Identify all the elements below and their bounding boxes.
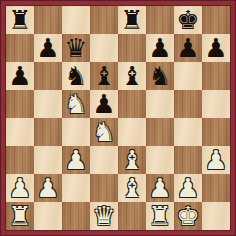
square-a7[interactable] bbox=[6, 34, 34, 62]
square-b1[interactable] bbox=[34, 202, 62, 230]
piece-black-knight[interactable]: ♞ bbox=[64, 62, 87, 90]
square-f2[interactable]: ♟ bbox=[146, 174, 174, 202]
square-h8[interactable] bbox=[202, 6, 230, 34]
piece-black-pawn[interactable]: ♟ bbox=[204, 34, 227, 62]
square-g3[interactable] bbox=[174, 146, 202, 174]
square-d8[interactable] bbox=[90, 6, 118, 34]
piece-black-rook[interactable]: ♜ bbox=[120, 6, 143, 34]
square-e6[interactable]: ♝ bbox=[118, 62, 146, 90]
square-c8[interactable] bbox=[62, 6, 90, 34]
piece-black-bishop[interactable]: ♝ bbox=[92, 62, 115, 90]
square-g7[interactable]: ♟ bbox=[174, 34, 202, 62]
piece-white-pawn[interactable]: ♟ bbox=[8, 174, 31, 202]
square-a1[interactable]: ♜ bbox=[6, 202, 34, 230]
square-c6[interactable]: ♞ bbox=[62, 62, 90, 90]
square-b4[interactable] bbox=[34, 118, 62, 146]
piece-white-pawn[interactable]: ♟ bbox=[64, 146, 87, 174]
square-f3[interactable] bbox=[146, 146, 174, 174]
square-g8[interactable]: ♚ bbox=[174, 6, 202, 34]
piece-black-rook[interactable]: ♜ bbox=[8, 6, 31, 34]
square-b6[interactable] bbox=[34, 62, 62, 90]
piece-black-pawn[interactable]: ♟ bbox=[148, 34, 171, 62]
piece-black-pawn[interactable]: ♟ bbox=[8, 62, 31, 90]
square-d7[interactable] bbox=[90, 34, 118, 62]
piece-black-knight[interactable]: ♞ bbox=[148, 62, 171, 90]
square-c2[interactable] bbox=[62, 174, 90, 202]
chess-board-frame: ♜♜♚♟♛♟♟♟♟♞♝♝♞♞♟♞♟♝♟♟♟♝♟♟♜♛♜♚ bbox=[0, 0, 236, 236]
square-g2[interactable]: ♟ bbox=[174, 174, 202, 202]
square-e8[interactable]: ♜ bbox=[118, 6, 146, 34]
square-h4[interactable] bbox=[202, 118, 230, 146]
square-g5[interactable] bbox=[174, 90, 202, 118]
piece-white-rook[interactable]: ♜ bbox=[148, 202, 171, 230]
square-a6[interactable]: ♟ bbox=[6, 62, 34, 90]
square-e5[interactable] bbox=[118, 90, 146, 118]
piece-white-rook[interactable]: ♜ bbox=[8, 202, 31, 230]
square-e7[interactable] bbox=[118, 34, 146, 62]
square-f4[interactable] bbox=[146, 118, 174, 146]
piece-white-bishop[interactable]: ♝ bbox=[120, 174, 143, 202]
square-f7[interactable]: ♟ bbox=[146, 34, 174, 62]
square-a2[interactable]: ♟ bbox=[6, 174, 34, 202]
square-e3[interactable]: ♝ bbox=[118, 146, 146, 174]
square-c1[interactable] bbox=[62, 202, 90, 230]
square-c3[interactable]: ♟ bbox=[62, 146, 90, 174]
piece-white-pawn[interactable]: ♟ bbox=[148, 174, 171, 202]
piece-black-queen[interactable]: ♛ bbox=[64, 34, 87, 62]
piece-white-knight[interactable]: ♞ bbox=[92, 118, 115, 146]
square-h1[interactable] bbox=[202, 202, 230, 230]
square-b5[interactable] bbox=[34, 90, 62, 118]
square-a3[interactable] bbox=[6, 146, 34, 174]
square-c4[interactable] bbox=[62, 118, 90, 146]
square-b8[interactable] bbox=[34, 6, 62, 34]
square-c5[interactable]: ♞ bbox=[62, 90, 90, 118]
square-d4[interactable]: ♞ bbox=[90, 118, 118, 146]
piece-white-pawn[interactable]: ♟ bbox=[36, 174, 59, 202]
square-f6[interactable]: ♞ bbox=[146, 62, 174, 90]
square-a5[interactable] bbox=[6, 90, 34, 118]
square-h5[interactable] bbox=[202, 90, 230, 118]
square-f8[interactable] bbox=[146, 6, 174, 34]
square-d3[interactable] bbox=[90, 146, 118, 174]
piece-white-bishop[interactable]: ♝ bbox=[120, 146, 143, 174]
square-f1[interactable]: ♜ bbox=[146, 202, 174, 230]
chess-board: ♜♜♚♟♛♟♟♟♟♞♝♝♞♞♟♞♟♝♟♟♟♝♟♟♜♛♜♚ bbox=[6, 6, 230, 230]
square-g6[interactable] bbox=[174, 62, 202, 90]
square-d1[interactable]: ♛ bbox=[90, 202, 118, 230]
square-d6[interactable]: ♝ bbox=[90, 62, 118, 90]
square-f5[interactable] bbox=[146, 90, 174, 118]
square-d5[interactable]: ♟ bbox=[90, 90, 118, 118]
square-b2[interactable]: ♟ bbox=[34, 174, 62, 202]
square-h7[interactable]: ♟ bbox=[202, 34, 230, 62]
square-a4[interactable] bbox=[6, 118, 34, 146]
piece-black-king[interactable]: ♚ bbox=[176, 6, 199, 34]
piece-black-bishop[interactable]: ♝ bbox=[120, 62, 143, 90]
square-e4[interactable] bbox=[118, 118, 146, 146]
piece-white-pawn[interactable]: ♟ bbox=[204, 146, 227, 174]
square-h6[interactable] bbox=[202, 62, 230, 90]
square-g4[interactable] bbox=[174, 118, 202, 146]
piece-black-pawn[interactable]: ♟ bbox=[36, 34, 59, 62]
square-c7[interactable]: ♛ bbox=[62, 34, 90, 62]
square-g1[interactable]: ♚ bbox=[174, 202, 202, 230]
square-b7[interactable]: ♟ bbox=[34, 34, 62, 62]
piece-black-pawn[interactable]: ♟ bbox=[92, 90, 115, 118]
piece-black-pawn[interactable]: ♟ bbox=[176, 34, 199, 62]
square-d2[interactable] bbox=[90, 174, 118, 202]
piece-white-queen[interactable]: ♛ bbox=[92, 202, 115, 230]
square-h3[interactable]: ♟ bbox=[202, 146, 230, 174]
square-e1[interactable] bbox=[118, 202, 146, 230]
piece-white-pawn[interactable]: ♟ bbox=[176, 174, 199, 202]
piece-white-knight[interactable]: ♞ bbox=[64, 90, 87, 118]
square-a8[interactable]: ♜ bbox=[6, 6, 34, 34]
piece-white-king[interactable]: ♚ bbox=[176, 202, 199, 230]
square-h2[interactable] bbox=[202, 174, 230, 202]
square-b3[interactable] bbox=[34, 146, 62, 174]
square-e2[interactable]: ♝ bbox=[118, 174, 146, 202]
